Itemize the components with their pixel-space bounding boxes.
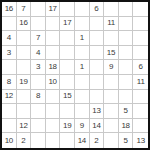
puzzle-cell-r8c10[interactable] <box>133 104 148 119</box>
puzzle-cell-r10c1[interactable]: 10 <box>2 133 17 148</box>
puzzle-cell-r1c7[interactable]: 6 <box>90 2 105 17</box>
puzzle-cell-r9c7[interactable]: 14 <box>90 119 105 134</box>
puzzle-cell-r6c8[interactable] <box>104 75 119 90</box>
puzzle-cell-r6c3[interactable] <box>31 75 46 90</box>
puzzle-cell-r8c7[interactable]: 13 <box>90 104 105 119</box>
puzzle-cell-r10c10[interactable]: 13 <box>133 133 148 148</box>
puzzle-cell-r10c4[interactable] <box>46 133 61 148</box>
puzzle-cell-r3c10[interactable] <box>133 31 148 46</box>
puzzle-cell-r5c2[interactable] <box>17 60 32 75</box>
puzzle-cell-r1c5[interactable] <box>60 2 75 17</box>
puzzle-cell-r10c9[interactable]: 5 <box>119 133 134 148</box>
puzzle-cell-r9c10[interactable] <box>133 119 148 134</box>
puzzle-cell-r1c1[interactable]: 16 <box>2 2 17 17</box>
puzzle-cell-r8c3[interactable] <box>31 104 46 119</box>
puzzle-cell-r8c6[interactable] <box>75 104 90 119</box>
puzzle-cell-r6c7[interactable] <box>90 75 105 90</box>
puzzle-cell-r4c7[interactable] <box>90 46 105 61</box>
puzzle-cell-r8c1[interactable] <box>2 104 17 119</box>
puzzle-cell-r9c4[interactable] <box>46 119 61 134</box>
puzzle-cell-r7c6[interactable] <box>75 90 90 105</box>
numberlink-board: 1671761617114713415318196819101112815135… <box>0 0 150 150</box>
puzzle-cell-r4c3[interactable]: 4 <box>31 46 46 61</box>
puzzle-cell-r7c3[interactable]: 8 <box>31 90 46 105</box>
puzzle-cell-r8c5[interactable] <box>60 104 75 119</box>
puzzle-cell-r7c2[interactable] <box>17 90 32 105</box>
puzzle-cell-r4c10[interactable] <box>133 46 148 61</box>
puzzle-cell-r10c5[interactable] <box>60 133 75 148</box>
puzzle-cell-r8c8[interactable] <box>104 104 119 119</box>
puzzle-cell-r7c5[interactable]: 15 <box>60 90 75 105</box>
puzzle-cell-r10c7[interactable]: 2 <box>90 133 105 148</box>
puzzle-cell-r2c7[interactable] <box>90 17 105 32</box>
puzzle-cell-r10c2[interactable]: 2 <box>17 133 32 148</box>
puzzle-cell-r1c2[interactable]: 7 <box>17 2 32 17</box>
puzzle-cell-r5c3[interactable]: 3 <box>31 60 46 75</box>
puzzle-cell-r9c3[interactable] <box>31 119 46 134</box>
puzzle-cell-r6c1[interactable]: 8 <box>2 75 17 90</box>
puzzle-cell-r6c6[interactable] <box>75 75 90 90</box>
puzzle-cell-r3c3[interactable]: 7 <box>31 31 46 46</box>
puzzle-cell-r5c8[interactable]: 9 <box>104 60 119 75</box>
puzzle-cell-r6c4[interactable]: 10 <box>46 75 61 90</box>
puzzle-cell-r10c6[interactable]: 14 <box>75 133 90 148</box>
puzzle-cell-r5c4[interactable]: 18 <box>46 60 61 75</box>
puzzle-cell-r3c4[interactable] <box>46 31 61 46</box>
puzzle-cell-r1c4[interactable]: 17 <box>46 2 61 17</box>
puzzle-cell-r5c5[interactable] <box>60 60 75 75</box>
puzzle-cell-r8c9[interactable]: 5 <box>119 104 134 119</box>
puzzle-cell-r9c8[interactable] <box>104 119 119 134</box>
puzzle-cell-r4c9[interactable] <box>119 46 134 61</box>
puzzle-cell-r4c6[interactable] <box>75 46 90 61</box>
puzzle-cell-r1c3[interactable] <box>31 2 46 17</box>
puzzle-cell-r5c7[interactable] <box>90 60 105 75</box>
puzzle-cell-r1c6[interactable] <box>75 2 90 17</box>
puzzle-cell-r1c9[interactable] <box>119 2 134 17</box>
puzzle-cell-r2c3[interactable] <box>31 17 46 32</box>
puzzle-cell-r6c9[interactable] <box>119 75 134 90</box>
puzzle-cell-r7c8[interactable] <box>104 90 119 105</box>
puzzle-cell-r2c9[interactable] <box>119 17 134 32</box>
puzzle-cell-r10c8[interactable] <box>104 133 119 148</box>
puzzle-cell-r2c10[interactable] <box>133 17 148 32</box>
puzzle-cell-r3c1[interactable]: 4 <box>2 31 17 46</box>
puzzle-cell-r6c5[interactable] <box>60 75 75 90</box>
puzzle-cell-r2c4[interactable] <box>46 17 61 32</box>
puzzle-cell-r4c1[interactable]: 3 <box>2 46 17 61</box>
puzzle-cell-r2c8[interactable]: 11 <box>104 17 119 32</box>
puzzle-cell-r2c2[interactable]: 16 <box>17 17 32 32</box>
puzzle-cell-r1c10[interactable] <box>133 2 148 17</box>
puzzle-cell-r8c2[interactable] <box>17 104 32 119</box>
puzzle-cell-r3c7[interactable] <box>90 31 105 46</box>
puzzle-cell-r8c4[interactable] <box>46 104 61 119</box>
puzzle-cell-r9c5[interactable]: 19 <box>60 119 75 134</box>
puzzle-cell-r3c2[interactable] <box>17 31 32 46</box>
puzzle-cell-r1c8[interactable] <box>104 2 119 17</box>
puzzle-cell-r5c1[interactable] <box>2 60 17 75</box>
puzzle-cell-r7c7[interactable] <box>90 90 105 105</box>
puzzle-cell-r9c1[interactable] <box>2 119 17 134</box>
puzzle-cell-r7c1[interactable]: 12 <box>2 90 17 105</box>
puzzle-cell-r4c4[interactable] <box>46 46 61 61</box>
puzzle-cell-r4c8[interactable]: 15 <box>104 46 119 61</box>
puzzle-cell-r3c6[interactable]: 1 <box>75 31 90 46</box>
puzzle-cell-r10c3[interactable] <box>31 133 46 148</box>
puzzle-cell-r9c2[interactable]: 12 <box>17 119 32 134</box>
puzzle-cell-r3c9[interactable] <box>119 31 134 46</box>
puzzle-cell-r4c2[interactable] <box>17 46 32 61</box>
puzzle-cell-r2c1[interactable] <box>2 17 17 32</box>
puzzle-cell-r9c9[interactable]: 18 <box>119 119 134 134</box>
puzzle-cell-r5c10[interactable]: 6 <box>133 60 148 75</box>
puzzle-cell-r3c5[interactable] <box>60 31 75 46</box>
puzzle-cell-r5c9[interactable] <box>119 60 134 75</box>
puzzle-cell-r6c10[interactable]: 11 <box>133 75 148 90</box>
puzzle-cell-r7c9[interactable] <box>119 90 134 105</box>
puzzle-cell-r6c2[interactable]: 19 <box>17 75 32 90</box>
puzzle-cell-r3c8[interactable] <box>104 31 119 46</box>
puzzle-cell-r2c6[interactable] <box>75 17 90 32</box>
puzzle-cell-r2c5[interactable]: 17 <box>60 17 75 32</box>
puzzle-cell-r4c5[interactable] <box>60 46 75 61</box>
puzzle-cell-r7c10[interactable] <box>133 90 148 105</box>
puzzle-cell-r5c6[interactable]: 1 <box>75 60 90 75</box>
puzzle-cell-r9c6[interactable]: 9 <box>75 119 90 134</box>
puzzle-cell-r7c4[interactable] <box>46 90 61 105</box>
